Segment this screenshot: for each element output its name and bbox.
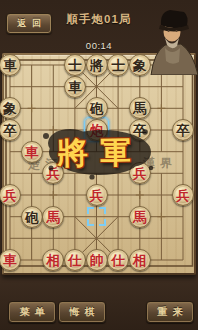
piece-red-車[interactable]: 車	[0, 249, 21, 271]
game-screen: 返回 順手炮01局 00:14	[0, 0, 198, 330]
opponent-portrait-image	[148, 8, 198, 75]
piece-black-卒[interactable]: 卒	[0, 119, 21, 141]
piece-red-相[interactable]: 相	[129, 249, 151, 271]
piece-red-兵[interactable]: 兵	[172, 184, 194, 206]
piece-black-象[interactable]: 象	[0, 97, 21, 119]
piece-red-兵[interactable]: 兵	[86, 184, 108, 206]
restart-button[interactable]: 重来	[146, 301, 194, 323]
piece-red-馬[interactable]: 馬	[129, 206, 151, 228]
piece-black-卒[interactable]: 卒	[172, 119, 194, 141]
piece-red-馬[interactable]: 馬	[42, 206, 64, 228]
piece-red-仕[interactable]: 仕	[64, 249, 86, 271]
piece-black-砲[interactable]: 砲	[21, 206, 43, 228]
piece-red-仕[interactable]: 仕	[107, 249, 129, 271]
last-move-from-marker	[87, 207, 106, 226]
piece-red-兵[interactable]: 兵	[0, 184, 21, 206]
undo-move-button[interactable]: 悔棋	[58, 301, 106, 323]
piece-black-卒[interactable]: 卒	[129, 119, 151, 141]
piece-red-兵[interactable]: 兵	[129, 162, 151, 184]
piece-black-將[interactable]: 將	[86, 54, 108, 76]
piece-black-士[interactable]: 士	[107, 54, 129, 76]
piece-black-車[interactable]: 車	[0, 54, 21, 76]
pieces-grid: 車士將士象車象砲馬卒卒卒砲炮車兵兵兵兵兵馬馬車相仕帥仕相	[0, 54, 194, 271]
piece-red-炮[interactable]: 炮	[86, 119, 108, 141]
piece-red-相[interactable]: 相	[42, 249, 64, 271]
piece-black-車[interactable]: 車	[64, 76, 86, 98]
piece-black-馬[interactable]: 馬	[129, 97, 151, 119]
xiangqi-board[interactable]: 楚河 漢界 車士將士象車象砲馬卒卒卒砲炮車兵兵兵兵兵馬馬車相仕帥仕相	[2, 53, 196, 275]
menu-button[interactable]: 菜单	[8, 301, 56, 323]
piece-red-車[interactable]: 車	[21, 141, 43, 163]
piece-black-士[interactable]: 士	[64, 54, 86, 76]
piece-red-兵[interactable]: 兵	[42, 162, 64, 184]
piece-black-砲[interactable]: 砲	[86, 97, 108, 119]
piece-red-帥[interactable]: 帥	[86, 249, 108, 271]
